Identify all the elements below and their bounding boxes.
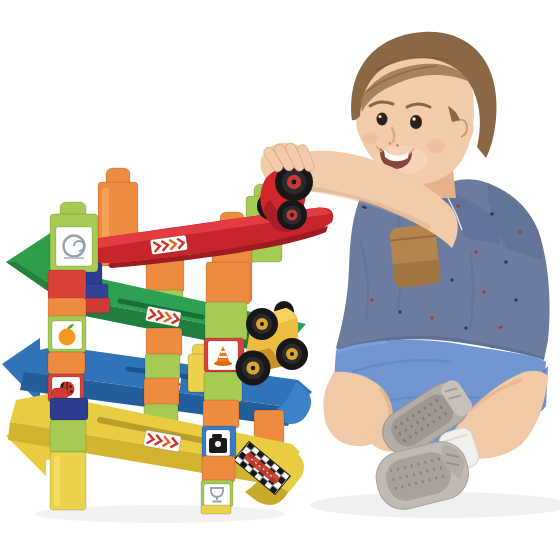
sticker-speed-camera — [206, 430, 230, 456]
sticker-traffic-cone — [208, 341, 238, 370]
scene-illustration — [0, 0, 560, 560]
yellow-car-wheel-3 — [276, 338, 308, 370]
sticker-trophy — [204, 484, 230, 506]
yellow-car-wheel-1 — [246, 308, 278, 340]
left-eye — [377, 113, 388, 126]
right-eye — [410, 115, 422, 129]
sticker-spiral — [56, 227, 92, 266]
red-car-wheel-bottom — [277, 200, 307, 230]
chest-pocket — [389, 224, 441, 288]
yellow-car-wheel-2 — [236, 351, 271, 386]
sticker-orange-fruit — [52, 321, 82, 349]
product-photo: Smiling toddler placing a red toy car on… — [0, 0, 560, 560]
